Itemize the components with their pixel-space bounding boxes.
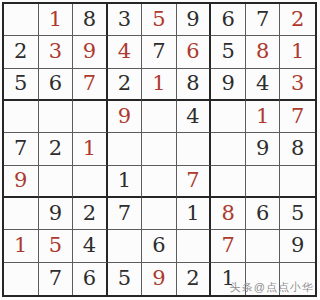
cell-r4c3[interactable] (73, 101, 108, 133)
cell-r8c5[interactable]: 6 (142, 230, 177, 262)
cell-r6c4[interactable]: 1 (108, 166, 143, 198)
cell-r5c4[interactable] (108, 133, 143, 165)
cell-r3c2[interactable]: 6 (39, 69, 74, 101)
cell-r9c2[interactable]: 7 (39, 263, 74, 295)
cell-r3c9[interactable]: 3 (280, 69, 315, 101)
cell-r4c7[interactable] (211, 101, 246, 133)
cell-r4c4[interactable]: 9 (108, 101, 143, 133)
sudoku-board: 1835967223947658156721894394177219891792… (0, 0, 320, 300)
cell-r5c6[interactable] (177, 133, 212, 165)
cell-r9c3[interactable]: 6 (73, 263, 108, 295)
cell-r7c9[interactable]: 5 (280, 198, 315, 230)
cell-r6c9[interactable] (280, 166, 315, 198)
cell-r6c5[interactable] (142, 166, 177, 198)
cell-r1c6[interactable]: 9 (177, 4, 212, 36)
cell-r1c4[interactable]: 3 (108, 4, 143, 36)
cell-r4c2[interactable] (39, 101, 74, 133)
cell-r1c5[interactable]: 5 (142, 4, 177, 36)
cell-r3c5[interactable]: 1 (142, 69, 177, 101)
cell-r4c9[interactable]: 7 (280, 101, 315, 133)
cell-r1c3[interactable]: 8 (73, 4, 108, 36)
cell-r2c5[interactable]: 7 (142, 36, 177, 68)
cell-r9c5[interactable]: 9 (142, 263, 177, 295)
cell-r2c6[interactable]: 6 (177, 36, 212, 68)
cell-r7c2[interactable]: 9 (39, 198, 74, 230)
cell-r9c1[interactable] (4, 263, 39, 295)
cell-r8c4[interactable] (108, 230, 143, 262)
cell-r4c6[interactable]: 4 (177, 101, 212, 133)
cell-r1c8[interactable]: 7 (246, 4, 281, 36)
cell-r9c6[interactable]: 2 (177, 263, 212, 295)
cell-r4c1[interactable] (4, 101, 39, 133)
cell-r5c3[interactable]: 1 (73, 133, 108, 165)
cell-r9c4[interactable]: 5 (108, 263, 143, 295)
cell-r3c1[interactable]: 5 (4, 69, 39, 101)
cell-r2c9[interactable]: 1 (280, 36, 315, 68)
watermark-text: 头条@点点小华 (230, 280, 314, 295)
cell-r7c4[interactable]: 7 (108, 198, 143, 230)
cell-r7c1[interactable] (4, 198, 39, 230)
cell-r7c5[interactable] (142, 198, 177, 230)
cell-r8c8[interactable] (246, 230, 281, 262)
cell-r5c9[interactable]: 8 (280, 133, 315, 165)
cell-r3c4[interactable]: 2 (108, 69, 143, 101)
cell-r5c7[interactable] (211, 133, 246, 165)
cell-r4c8[interactable]: 1 (246, 101, 281, 133)
cell-r2c2[interactable]: 3 (39, 36, 74, 68)
cell-r6c8[interactable] (246, 166, 281, 198)
cell-r3c8[interactable]: 4 (246, 69, 281, 101)
cell-r2c8[interactable]: 8 (246, 36, 281, 68)
cell-r7c8[interactable]: 6 (246, 198, 281, 230)
cell-r2c3[interactable]: 9 (73, 36, 108, 68)
cell-r3c6[interactable]: 8 (177, 69, 212, 101)
cell-r5c8[interactable]: 9 (246, 133, 281, 165)
cell-r6c1[interactable]: 9 (4, 166, 39, 198)
cell-r1c1[interactable] (4, 4, 39, 36)
cell-r6c2[interactable] (39, 166, 74, 198)
cell-r1c7[interactable]: 6 (211, 4, 246, 36)
cell-r8c2[interactable]: 5 (39, 230, 74, 262)
cell-r8c9[interactable]: 9 (280, 230, 315, 262)
cell-r8c3[interactable]: 4 (73, 230, 108, 262)
cell-r4c5[interactable] (142, 101, 177, 133)
cell-r6c6[interactable]: 7 (177, 166, 212, 198)
cell-r5c2[interactable]: 2 (39, 133, 74, 165)
cell-r2c1[interactable]: 2 (4, 36, 39, 68)
cell-r6c7[interactable] (211, 166, 246, 198)
sudoku-grid: 1835967223947658156721894394177219891792… (2, 2, 317, 297)
cell-r7c3[interactable]: 2 (73, 198, 108, 230)
cell-r5c5[interactable] (142, 133, 177, 165)
cell-r2c4[interactable]: 4 (108, 36, 143, 68)
cell-r1c9[interactable]: 2 (280, 4, 315, 36)
cell-r3c3[interactable]: 7 (73, 69, 108, 101)
cell-r1c2[interactable]: 1 (39, 4, 74, 36)
cell-r3c7[interactable]: 9 (211, 69, 246, 101)
cell-r7c6[interactable]: 1 (177, 198, 212, 230)
cell-r2c7[interactable]: 5 (211, 36, 246, 68)
cell-r7c7[interactable]: 8 (211, 198, 246, 230)
cell-r6c3[interactable] (73, 166, 108, 198)
cell-r5c1[interactable]: 7 (4, 133, 39, 165)
cell-r8c6[interactable] (177, 230, 212, 262)
cell-r8c1[interactable]: 1 (4, 230, 39, 262)
cell-r8c7[interactable]: 7 (211, 230, 246, 262)
